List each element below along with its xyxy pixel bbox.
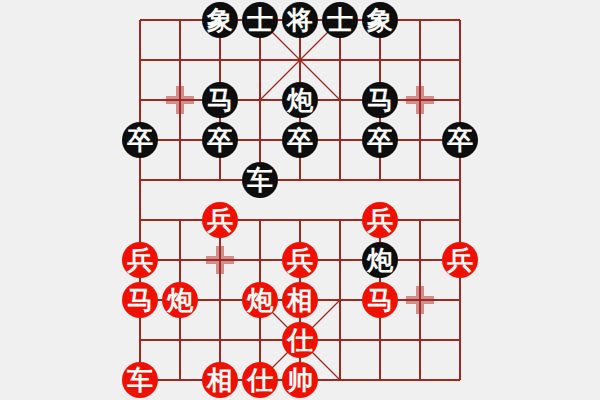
marker-corner [206, 246, 219, 259]
piece-black-soldier[interactable]: 卒 [202, 122, 238, 158]
marker-corner [221, 261, 234, 274]
piece-red-cannon[interactable]: 炮 [162, 282, 198, 318]
piece-black-advisor[interactable]: 士 [242, 2, 278, 38]
piece-red-soldier[interactable]: 兵 [202, 202, 238, 238]
marker-corner [406, 286, 419, 299]
point-marker [164, 84, 196, 116]
marker-corner [166, 86, 179, 99]
piece-red-elephant[interactable]: 相 [202, 362, 238, 398]
xiangqi-app: 象士将士象马炮马卒卒卒卒卒车炮兵兵兵兵兵马炮炮相马仕车相仕帅 [0, 0, 600, 400]
marker-corner [406, 101, 419, 114]
piece-red-horse[interactable]: 马 [362, 282, 398, 318]
piece-black-horse[interactable]: 马 [202, 82, 238, 118]
marker-corner [181, 101, 194, 114]
piece-black-horse[interactable]: 马 [362, 82, 398, 118]
piece-red-general[interactable]: 帅 [282, 362, 318, 398]
piece-black-soldier[interactable]: 卒 [442, 122, 478, 158]
piece-red-advisor[interactable]: 仕 [242, 362, 278, 398]
point-marker [204, 244, 236, 276]
piece-red-soldier[interactable]: 兵 [122, 242, 158, 278]
piece-red-cannon[interactable]: 炮 [242, 282, 278, 318]
point-marker [404, 284, 436, 316]
piece-black-advisor[interactable]: 士 [322, 2, 358, 38]
piece-black-elephant[interactable]: 象 [362, 2, 398, 38]
marker-corner [421, 286, 434, 299]
marker-corner [421, 301, 434, 314]
piece-black-elephant[interactable]: 象 [202, 2, 238, 38]
piece-red-soldier[interactable]: 兵 [282, 242, 318, 278]
marker-corner [181, 86, 194, 99]
marker-corner [206, 261, 219, 274]
marker-corner [421, 86, 434, 99]
xiangqi-board[interactable]: 象士将士象马炮马卒卒卒卒卒车炮兵兵兵兵兵马炮炮相马仕车相仕帅 [120, 0, 480, 400]
marker-corner [421, 101, 434, 114]
piece-black-cannon[interactable]: 炮 [282, 82, 318, 118]
marker-corner [221, 246, 234, 259]
marker-corner [166, 101, 179, 114]
piece-black-chariot[interactable]: 车 [242, 162, 278, 198]
point-marker [404, 84, 436, 116]
piece-black-soldier[interactable]: 卒 [122, 122, 158, 158]
piece-red-soldier[interactable]: 兵 [442, 242, 478, 278]
piece-black-soldier[interactable]: 卒 [362, 122, 398, 158]
piece-red-chariot[interactable]: 车 [122, 362, 158, 398]
piece-red-horse[interactable]: 马 [122, 282, 158, 318]
marker-corner [406, 86, 419, 99]
marker-corner [406, 301, 419, 314]
piece-black-soldier[interactable]: 卒 [282, 122, 318, 158]
piece-black-general[interactable]: 将 [282, 2, 318, 38]
piece-red-soldier[interactable]: 兵 [362, 202, 398, 238]
piece-red-advisor[interactable]: 仕 [282, 322, 318, 358]
piece-red-elephant[interactable]: 相 [282, 282, 318, 318]
piece-black-cannon[interactable]: 炮 [362, 242, 398, 278]
